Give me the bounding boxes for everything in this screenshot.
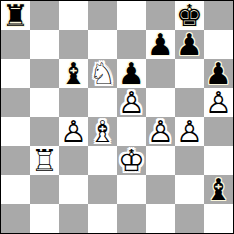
square-d1[interactable]: [88, 204, 117, 233]
piece-black-bishop[interactable]: ♝: [59, 59, 88, 88]
piece-black-pawn[interactable]: ♟: [175, 30, 204, 59]
square-b5[interactable]: [30, 88, 59, 117]
white-rook-outline: ♖: [30, 146, 59, 175]
square-a8[interactable]: ♜: [1, 1, 30, 30]
square-f1[interactable]: [146, 204, 175, 233]
square-g4[interactable]: ♟♙: [175, 117, 204, 146]
square-d2[interactable]: [88, 175, 117, 204]
piece-black-pawn[interactable]: ♟: [117, 59, 146, 88]
black-bishop-glyph: ♝: [204, 175, 233, 204]
square-b8[interactable]: [30, 1, 59, 30]
black-king-glyph: ♚: [175, 1, 204, 30]
square-a3[interactable]: [1, 146, 30, 175]
square-e3[interactable]: ♚♔: [117, 146, 146, 175]
piece-white-pawn[interactable]: ♟♙: [117, 88, 146, 117]
piece-white-king[interactable]: ♚♔: [117, 146, 146, 175]
chess-board: ♜♚♟♟♝♞♘♟♟♟♙♟♙♟♙♝♗♟♙♟♙♜♖♚♔♝: [0, 0, 234, 234]
square-c5[interactable]: [59, 88, 88, 117]
square-g8[interactable]: ♚: [175, 1, 204, 30]
square-c4[interactable]: ♟♙: [59, 117, 88, 146]
black-pawn-glyph: ♟: [204, 59, 233, 88]
square-f6[interactable]: [146, 59, 175, 88]
black-pawn-glyph: ♟: [117, 59, 146, 88]
square-d8[interactable]: [88, 1, 117, 30]
square-e4[interactable]: [117, 117, 146, 146]
square-h2[interactable]: ♝: [204, 175, 233, 204]
square-d4[interactable]: ♝♗: [88, 117, 117, 146]
black-pawn-glyph: ♟: [146, 30, 175, 59]
square-c6[interactable]: ♝: [59, 59, 88, 88]
square-e1[interactable]: [117, 204, 146, 233]
piece-white-rook[interactable]: ♜♖: [30, 146, 59, 175]
square-g5[interactable]: [175, 88, 204, 117]
white-pawn-outline: ♙: [117, 88, 146, 117]
white-king-outline: ♔: [117, 146, 146, 175]
square-b4[interactable]: [30, 117, 59, 146]
square-c8[interactable]: [59, 1, 88, 30]
piece-black-rook[interactable]: ♜: [1, 1, 30, 30]
square-c2[interactable]: [59, 175, 88, 204]
square-f5[interactable]: [146, 88, 175, 117]
square-h6[interactable]: ♟: [204, 59, 233, 88]
square-c1[interactable]: [59, 204, 88, 233]
square-b1[interactable]: [30, 204, 59, 233]
square-h3[interactable]: [204, 146, 233, 175]
white-knight-outline: ♘: [88, 59, 117, 88]
square-b7[interactable]: [30, 30, 59, 59]
square-g6[interactable]: [175, 59, 204, 88]
square-f8[interactable]: [146, 1, 175, 30]
piece-white-bishop[interactable]: ♝♗: [88, 117, 117, 146]
square-a1[interactable]: [1, 204, 30, 233]
square-d5[interactable]: [88, 88, 117, 117]
square-e5[interactable]: ♟♙: [117, 88, 146, 117]
square-g1[interactable]: [175, 204, 204, 233]
white-pawn-outline: ♙: [175, 117, 204, 146]
piece-white-pawn[interactable]: ♟♙: [175, 117, 204, 146]
square-a5[interactable]: [1, 88, 30, 117]
piece-black-pawn[interactable]: ♟: [204, 59, 233, 88]
piece-white-pawn[interactable]: ♟♙: [146, 117, 175, 146]
piece-black-king[interactable]: ♚: [175, 1, 204, 30]
square-a7[interactable]: [1, 30, 30, 59]
square-f4[interactable]: ♟♙: [146, 117, 175, 146]
square-e8[interactable]: [117, 1, 146, 30]
piece-white-pawn[interactable]: ♟♙: [59, 117, 88, 146]
square-b3[interactable]: ♜♖: [30, 146, 59, 175]
square-e6[interactable]: ♟: [117, 59, 146, 88]
square-d7[interactable]: [88, 30, 117, 59]
square-h4[interactable]: [204, 117, 233, 146]
piece-white-knight[interactable]: ♞♘: [88, 59, 117, 88]
black-bishop-glyph: ♝: [59, 59, 88, 88]
square-h7[interactable]: [204, 30, 233, 59]
square-b2[interactable]: [30, 175, 59, 204]
piece-white-pawn[interactable]: ♟♙: [204, 88, 233, 117]
white-pawn-outline: ♙: [146, 117, 175, 146]
white-pawn-outline: ♙: [59, 117, 88, 146]
square-b6[interactable]: [30, 59, 59, 88]
black-pawn-glyph: ♟: [175, 30, 204, 59]
piece-black-bishop[interactable]: ♝: [204, 175, 233, 204]
square-c7[interactable]: [59, 30, 88, 59]
square-a2[interactable]: [1, 175, 30, 204]
square-g7[interactable]: ♟: [175, 30, 204, 59]
square-f3[interactable]: [146, 146, 175, 175]
black-rook-glyph: ♜: [1, 1, 30, 30]
square-h8[interactable]: [204, 1, 233, 30]
square-e7[interactable]: [117, 30, 146, 59]
square-g2[interactable]: [175, 175, 204, 204]
square-h1[interactable]: [204, 204, 233, 233]
square-f2[interactable]: [146, 175, 175, 204]
square-f7[interactable]: ♟: [146, 30, 175, 59]
square-a4[interactable]: [1, 117, 30, 146]
square-d3[interactable]: [88, 146, 117, 175]
square-e2[interactable]: [117, 175, 146, 204]
square-c3[interactable]: [59, 146, 88, 175]
square-g3[interactable]: [175, 146, 204, 175]
square-a6[interactable]: [1, 59, 30, 88]
white-pawn-outline: ♙: [204, 88, 233, 117]
white-bishop-outline: ♗: [88, 117, 117, 146]
square-d6[interactable]: ♞♘: [88, 59, 117, 88]
square-h5[interactable]: ♟♙: [204, 88, 233, 117]
piece-black-pawn[interactable]: ♟: [146, 30, 175, 59]
